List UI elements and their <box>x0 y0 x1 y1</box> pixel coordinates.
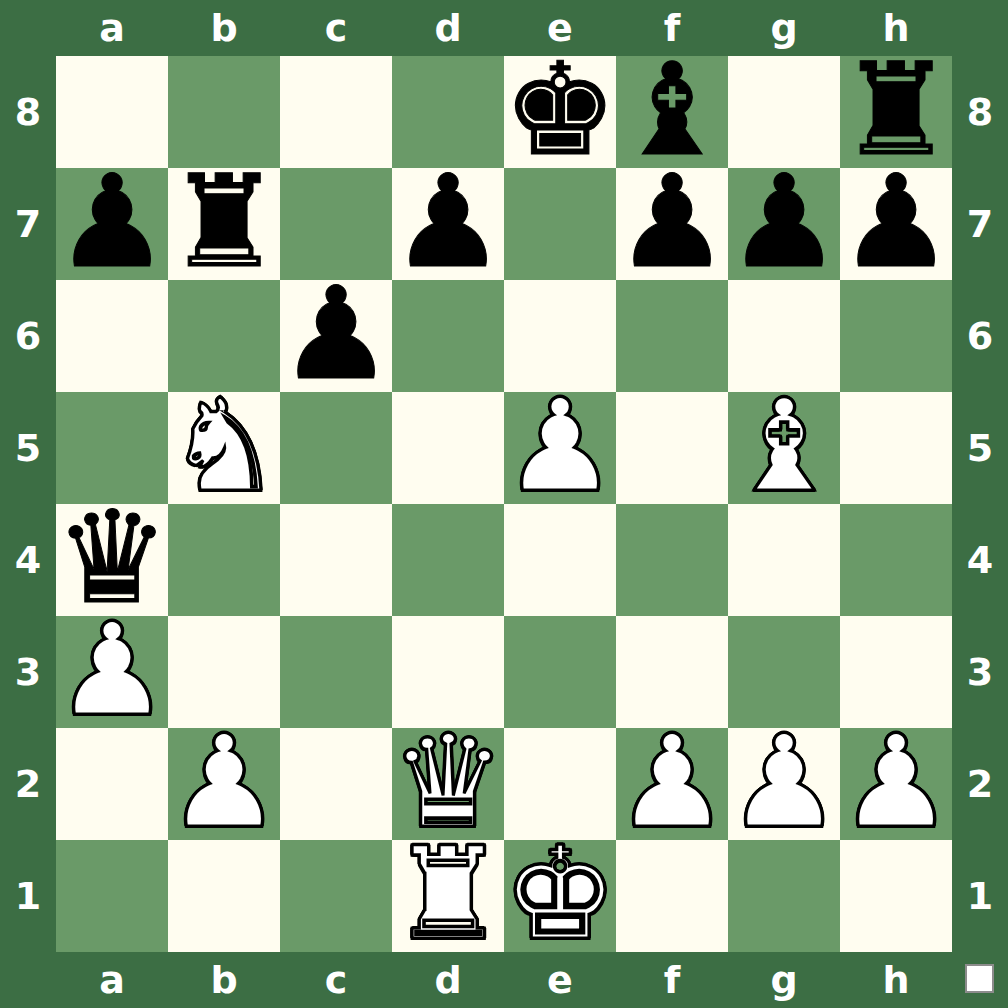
coord-label-b: b <box>168 0 280 56</box>
coord-label-g: g <box>728 952 840 1008</box>
square-b2[interactable]: ♟ <box>168 728 280 840</box>
piece-white-bishop[interactable]: ♝ <box>727 382 842 510</box>
rank-labels-left: 87654321 <box>0 56 56 952</box>
coord-label-6: 6 <box>0 280 56 392</box>
square-d4[interactable] <box>392 504 504 616</box>
coord-label-4: 4 <box>0 504 56 616</box>
coord-label-d: d <box>392 0 504 56</box>
square-a6[interactable] <box>56 280 168 392</box>
square-e7[interactable] <box>504 168 616 280</box>
rank-labels-right: 87654321 <box>952 56 1008 952</box>
square-h1[interactable] <box>840 840 952 952</box>
square-f2[interactable]: ♟ <box>616 728 728 840</box>
square-h6[interactable] <box>840 280 952 392</box>
square-h7[interactable]: ♟ <box>840 168 952 280</box>
piece-white-king[interactable]: ♚ <box>503 830 618 958</box>
coord-label-8: 8 <box>0 56 56 168</box>
square-c1[interactable] <box>280 840 392 952</box>
square-b1[interactable] <box>168 840 280 952</box>
square-b4[interactable] <box>168 504 280 616</box>
square-f6[interactable] <box>616 280 728 392</box>
square-f5[interactable] <box>616 392 728 504</box>
square-g4[interactable] <box>728 504 840 616</box>
piece-white-knight[interactable]: ♞ <box>167 382 282 510</box>
square-g7[interactable]: ♟ <box>728 168 840 280</box>
piece-black-pawn[interactable]: ♟ <box>727 158 842 286</box>
square-d5[interactable] <box>392 392 504 504</box>
square-f7[interactable]: ♟ <box>616 168 728 280</box>
square-d6[interactable] <box>392 280 504 392</box>
coord-label-5: 5 <box>952 392 1008 504</box>
coord-label-g: g <box>728 0 840 56</box>
square-b7[interactable]: ♜ <box>168 168 280 280</box>
square-h2[interactable]: ♟ <box>840 728 952 840</box>
coord-label-1: 1 <box>952 840 1008 952</box>
coord-label-c: c <box>280 952 392 1008</box>
piece-black-king[interactable]: ♚ <box>503 46 618 174</box>
square-a3[interactable]: ♟ <box>56 616 168 728</box>
square-a7[interactable]: ♟ <box>56 168 168 280</box>
piece-black-rook[interactable]: ♜ <box>167 158 282 286</box>
piece-white-pawn[interactable]: ♟ <box>503 382 618 510</box>
piece-white-pawn[interactable]: ♟ <box>55 606 170 734</box>
square-e8[interactable]: ♚ <box>504 56 616 168</box>
square-g1[interactable] <box>728 840 840 952</box>
square-c8[interactable] <box>280 56 392 168</box>
coord-label-4: 4 <box>952 504 1008 616</box>
coord-label-6: 6 <box>952 280 1008 392</box>
square-e4[interactable] <box>504 504 616 616</box>
piece-white-pawn[interactable]: ♟ <box>839 718 954 846</box>
square-d1[interactable]: ♜ <box>392 840 504 952</box>
chess-board[interactable]: ♚♝♜♟♜♟♟♟♟♟♞♟♝♛♟♟♛♟♟♟♜♚ <box>56 56 952 952</box>
chessboard-app: abcdefgh abcdefgh 87654321 87654321 ♚♝♜♟… <box>0 0 1008 1008</box>
coord-label-a: a <box>56 952 168 1008</box>
square-h5[interactable] <box>840 392 952 504</box>
white-to-move-indicator <box>965 964 994 993</box>
piece-black-pawn[interactable]: ♟ <box>391 158 506 286</box>
coord-label-a: a <box>56 0 168 56</box>
square-a1[interactable] <box>56 840 168 952</box>
piece-white-pawn[interactable]: ♟ <box>615 718 730 846</box>
square-c2[interactable] <box>280 728 392 840</box>
piece-black-pawn[interactable]: ♟ <box>55 158 170 286</box>
coord-label-7: 7 <box>0 168 56 280</box>
square-f1[interactable] <box>616 840 728 952</box>
square-c3[interactable] <box>280 616 392 728</box>
coord-label-3: 3 <box>952 616 1008 728</box>
coord-label-8: 8 <box>952 56 1008 168</box>
square-a2[interactable] <box>56 728 168 840</box>
square-b5[interactable]: ♞ <box>168 392 280 504</box>
coord-label-2: 2 <box>952 728 1008 840</box>
square-c5[interactable] <box>280 392 392 504</box>
coord-label-c: c <box>280 0 392 56</box>
piece-white-rook[interactable]: ♜ <box>391 830 506 958</box>
square-e3[interactable] <box>504 616 616 728</box>
square-c6[interactable]: ♟ <box>280 280 392 392</box>
piece-black-pawn[interactable]: ♟ <box>839 158 954 286</box>
coord-label-f: f <box>616 952 728 1008</box>
coord-label-h: h <box>840 952 952 1008</box>
coord-label-3: 3 <box>0 616 56 728</box>
square-d7[interactable]: ♟ <box>392 168 504 280</box>
piece-white-pawn[interactable]: ♟ <box>727 718 842 846</box>
square-g5[interactable]: ♝ <box>728 392 840 504</box>
piece-black-pawn[interactable]: ♟ <box>279 270 394 398</box>
square-f4[interactable] <box>616 504 728 616</box>
square-e5[interactable]: ♟ <box>504 392 616 504</box>
piece-white-pawn[interactable]: ♟ <box>167 718 282 846</box>
coord-label-1: 1 <box>0 840 56 952</box>
square-e1[interactable]: ♚ <box>504 840 616 952</box>
square-g2[interactable]: ♟ <box>728 728 840 840</box>
coord-label-7: 7 <box>952 168 1008 280</box>
piece-black-pawn[interactable]: ♟ <box>615 158 730 286</box>
square-h4[interactable] <box>840 504 952 616</box>
coord-label-2: 2 <box>0 728 56 840</box>
square-c4[interactable] <box>280 504 392 616</box>
coord-label-b: b <box>168 952 280 1008</box>
coord-label-5: 5 <box>0 392 56 504</box>
